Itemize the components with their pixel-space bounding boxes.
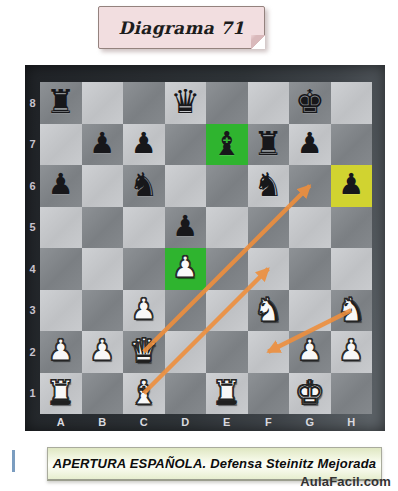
file-label-A: A bbox=[40, 414, 82, 430]
rank-label-5: 5 bbox=[25, 207, 40, 249]
square-g5 bbox=[289, 207, 331, 249]
rank-label-4: 4 bbox=[25, 248, 40, 290]
piece-black-k-g8: ♚ bbox=[289, 82, 331, 124]
square-a3 bbox=[40, 290, 82, 332]
square-g1: ♚ bbox=[289, 373, 331, 415]
square-h7 bbox=[331, 124, 373, 166]
square-g7: ♟ bbox=[289, 124, 331, 166]
square-e2 bbox=[206, 331, 248, 373]
square-f6: ♞ bbox=[248, 165, 290, 207]
square-h8 bbox=[331, 82, 373, 124]
piece-black-p-g7: ♟ bbox=[289, 124, 331, 166]
square-f2 bbox=[248, 331, 290, 373]
square-d3 bbox=[165, 290, 207, 332]
square-a8: ♜ bbox=[40, 82, 82, 124]
square-h1 bbox=[331, 373, 373, 415]
square-f5 bbox=[248, 207, 290, 249]
piece-black-p-h6: ♟ bbox=[331, 165, 373, 207]
file-label-H: H bbox=[331, 414, 373, 430]
rank-label-7: 7 bbox=[25, 124, 40, 166]
piece-white-r-e1: ♜ bbox=[206, 373, 248, 415]
square-e6 bbox=[206, 165, 248, 207]
piece-black-p-c7: ♟ bbox=[123, 124, 165, 166]
square-b6 bbox=[82, 165, 124, 207]
file-label-E: E bbox=[206, 414, 248, 430]
square-b1 bbox=[82, 373, 124, 415]
square-g6 bbox=[289, 165, 331, 207]
piece-white-k-g1: ♚ bbox=[289, 373, 331, 415]
square-d8: ♛ bbox=[165, 82, 207, 124]
square-g2: ♟ bbox=[289, 331, 331, 373]
file-label-F: F bbox=[248, 414, 290, 430]
square-c4 bbox=[123, 248, 165, 290]
square-c7: ♟ bbox=[123, 124, 165, 166]
file-label-G: G bbox=[289, 414, 331, 430]
square-e1: ♜ bbox=[206, 373, 248, 415]
square-g3 bbox=[289, 290, 331, 332]
square-g4 bbox=[289, 248, 331, 290]
rank-label-2: 2 bbox=[25, 331, 40, 373]
piece-black-p-a6: ♟ bbox=[40, 165, 82, 207]
square-b4 bbox=[82, 248, 124, 290]
square-e8 bbox=[206, 82, 248, 124]
square-c3: ♟ bbox=[123, 290, 165, 332]
square-d2 bbox=[165, 331, 207, 373]
square-h3: ♞ bbox=[331, 290, 373, 332]
square-g8: ♚ bbox=[289, 82, 331, 124]
file-labels: ABCDEFGH bbox=[40, 414, 372, 430]
square-h2: ♟ bbox=[331, 331, 373, 373]
square-c2: ♛ bbox=[123, 331, 165, 373]
square-f1 bbox=[248, 373, 290, 415]
square-b8 bbox=[82, 82, 124, 124]
file-label-D: D bbox=[165, 414, 207, 430]
square-h5 bbox=[331, 207, 373, 249]
rank-label-8: 8 bbox=[25, 82, 40, 124]
square-d7 bbox=[165, 124, 207, 166]
square-d1 bbox=[165, 373, 207, 415]
square-b2: ♟ bbox=[82, 331, 124, 373]
square-f7: ♜ bbox=[248, 124, 290, 166]
square-c6: ♞ bbox=[123, 165, 165, 207]
square-c5 bbox=[123, 207, 165, 249]
piece-white-p-b2: ♟ bbox=[82, 331, 124, 373]
diagram-title: Diagrama 71 bbox=[119, 18, 245, 38]
square-a6: ♟ bbox=[40, 165, 82, 207]
square-e5 bbox=[206, 207, 248, 249]
chess-board: ♜♛♚♟♟♝♜♟♟♞♞♟♟♟♟♞♞♟♟♛♟♟♜♝♜♚ bbox=[40, 82, 372, 414]
square-f8 bbox=[248, 82, 290, 124]
piece-white-n-f3: ♞ bbox=[248, 290, 290, 332]
square-a2: ♟ bbox=[40, 331, 82, 373]
rank-label-3: 3 bbox=[25, 290, 40, 332]
piece-black-r-a8: ♜ bbox=[40, 82, 82, 124]
site-brand: AulaFacil.com bbox=[300, 474, 391, 489]
square-e3 bbox=[206, 290, 248, 332]
piece-white-n-h3: ♞ bbox=[331, 290, 373, 332]
folded-corner bbox=[251, 35, 265, 49]
title-banner: Diagrama 71 bbox=[98, 6, 265, 49]
square-h4 bbox=[331, 248, 373, 290]
square-a5 bbox=[40, 207, 82, 249]
rank-label-1: 1 bbox=[25, 373, 40, 415]
piece-white-q-c2: ♛ bbox=[123, 331, 165, 373]
square-c1: ♝ bbox=[123, 373, 165, 415]
file-label-B: B bbox=[82, 414, 124, 430]
square-b5 bbox=[82, 207, 124, 249]
piece-black-p-b7: ♟ bbox=[82, 124, 124, 166]
square-c8 bbox=[123, 82, 165, 124]
piece-black-n-c6: ♞ bbox=[123, 165, 165, 207]
piece-white-p-c3: ♟ bbox=[123, 290, 165, 332]
square-h6: ♟ bbox=[331, 165, 373, 207]
square-e7: ♝ bbox=[206, 124, 248, 166]
blue-tick bbox=[12, 450, 15, 472]
square-b3 bbox=[82, 290, 124, 332]
square-f3: ♞ bbox=[248, 290, 290, 332]
piece-black-p-d5: ♟ bbox=[165, 207, 207, 249]
chess-board-frame: 87654321 ♜♛♚♟♟♝♜♟♟♞♞♟♟♟♟♞♞♟♟♛♟♟♜♝♜♚ ABCD… bbox=[25, 65, 385, 431]
square-a7 bbox=[40, 124, 82, 166]
file-label-C: C bbox=[123, 414, 165, 430]
square-b7: ♟ bbox=[82, 124, 124, 166]
rank-labels: 87654321 bbox=[25, 82, 40, 414]
piece-black-q-d8: ♛ bbox=[165, 82, 207, 124]
piece-white-p-g2: ♟ bbox=[289, 331, 331, 373]
piece-white-p-a2: ♟ bbox=[40, 331, 82, 373]
square-d4: ♟ bbox=[165, 248, 207, 290]
rank-label-6: 6 bbox=[25, 165, 40, 207]
piece-black-r-f7: ♜ bbox=[248, 124, 290, 166]
piece-white-p-d4: ♟ bbox=[165, 248, 207, 290]
piece-white-b-c1: ♝ bbox=[123, 373, 165, 415]
piece-black-b-e7: ♝ bbox=[206, 124, 248, 166]
square-a1: ♜ bbox=[40, 373, 82, 415]
piece-white-p-h2: ♟ bbox=[331, 331, 373, 373]
square-e4 bbox=[206, 248, 248, 290]
piece-black-n-f6: ♞ bbox=[248, 165, 290, 207]
square-d6 bbox=[165, 165, 207, 207]
square-f4 bbox=[248, 248, 290, 290]
square-d5: ♟ bbox=[165, 207, 207, 249]
square-a4 bbox=[40, 248, 82, 290]
page: Diagrama 71 87654321 ♜♛♚♟♟♝♜♟♟♞♞♟♟♟♟♞♞♟♟… bbox=[0, 0, 398, 491]
opening-caption: APERTURA ESPAÑOLA. Defensa Steinitz Mejo… bbox=[53, 456, 377, 471]
piece-white-r-a1: ♜ bbox=[40, 373, 82, 415]
